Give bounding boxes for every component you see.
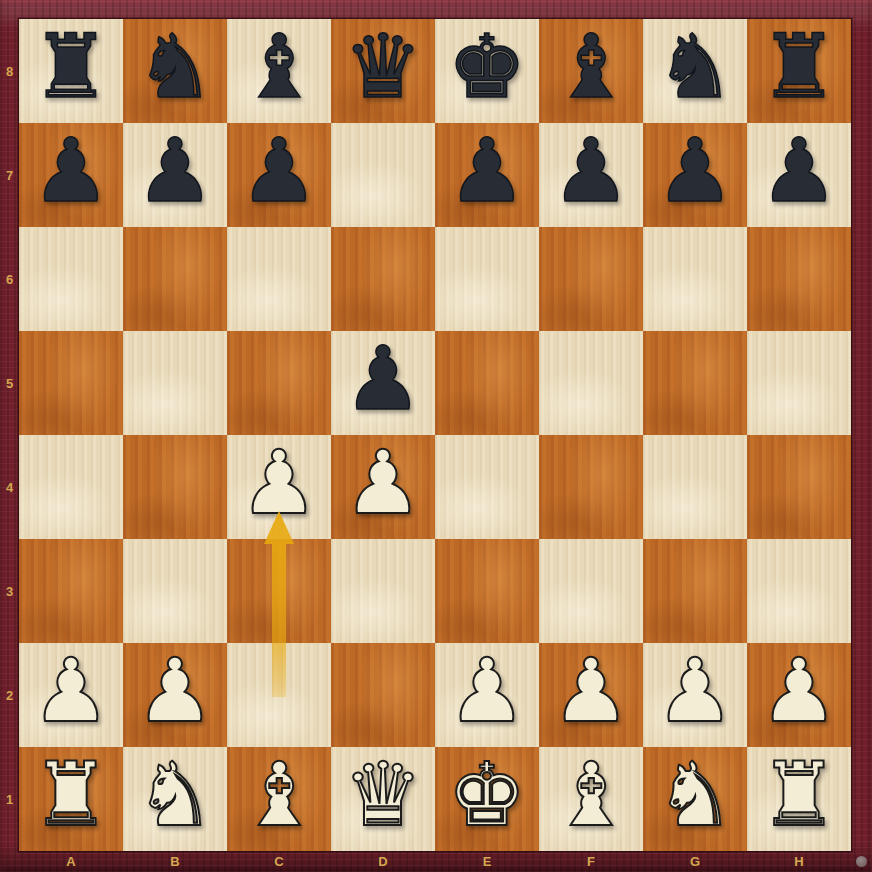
rank-label-5: 5 xyxy=(0,331,19,435)
square-e1[interactable]: ♚ xyxy=(435,747,539,851)
rank-label-1: 1 xyxy=(0,747,19,851)
piece-black-pawn[interactable]: ♟ xyxy=(32,119,111,223)
square-h4[interactable] xyxy=(747,435,851,539)
file-label-a: A xyxy=(19,851,123,872)
piece-black-bishop[interactable]: ♝ xyxy=(552,15,631,119)
file-label-h: H xyxy=(747,851,851,872)
square-f8[interactable]: ♝ xyxy=(539,19,643,123)
square-f3[interactable] xyxy=(539,539,643,643)
square-d7[interactable] xyxy=(331,123,435,227)
piece-white-pawn[interactable]: ♟ xyxy=(32,639,111,743)
square-e7[interactable]: ♟ xyxy=(435,123,539,227)
square-c3[interactable] xyxy=(227,539,331,643)
square-a2[interactable]: ♟ xyxy=(19,643,123,747)
piece-white-pawn[interactable]: ♟ xyxy=(552,639,631,743)
rank-label-8: 8 xyxy=(0,19,19,123)
square-a5[interactable] xyxy=(19,331,123,435)
piece-black-knight[interactable]: ♞ xyxy=(656,15,735,119)
square-g2[interactable]: ♟ xyxy=(643,643,747,747)
square-h5[interactable] xyxy=(747,331,851,435)
piece-black-pawn[interactable]: ♟ xyxy=(448,119,527,223)
file-label-d: D xyxy=(331,851,435,872)
square-b7[interactable]: ♟ xyxy=(123,123,227,227)
piece-white-pawn[interactable]: ♟ xyxy=(344,431,423,535)
square-h8[interactable]: ♜ xyxy=(747,19,851,123)
square-b4[interactable] xyxy=(123,435,227,539)
square-e6[interactable] xyxy=(435,227,539,331)
square-a3[interactable] xyxy=(19,539,123,643)
square-f6[interactable] xyxy=(539,227,643,331)
square-f5[interactable] xyxy=(539,331,643,435)
piece-black-pawn[interactable]: ♟ xyxy=(552,119,631,223)
piece-white-king[interactable]: ♚ xyxy=(448,743,527,847)
square-d2[interactable] xyxy=(331,643,435,747)
piece-white-pawn[interactable]: ♟ xyxy=(656,639,735,743)
piece-black-king[interactable]: ♚ xyxy=(448,15,527,119)
square-b1[interactable]: ♞ xyxy=(123,747,227,851)
piece-black-queen[interactable]: ♛ xyxy=(344,15,423,119)
square-a6[interactable] xyxy=(19,227,123,331)
square-c1[interactable]: ♝ xyxy=(227,747,331,851)
rank-label-7: 7 xyxy=(0,123,19,227)
piece-white-pawn[interactable]: ♟ xyxy=(136,639,215,743)
resize-grip-dot xyxy=(856,856,867,867)
square-b2[interactable]: ♟ xyxy=(123,643,227,747)
rank-label-4: 4 xyxy=(0,435,19,539)
square-g3[interactable] xyxy=(643,539,747,643)
file-label-e: E xyxy=(435,851,539,872)
square-c8[interactable]: ♝ xyxy=(227,19,331,123)
square-b8[interactable]: ♞ xyxy=(123,19,227,123)
square-c4[interactable]: ♟ xyxy=(227,435,331,539)
square-d6[interactable] xyxy=(331,227,435,331)
board-grid: ♜♞♝♛♚♝♞♜♟♟♟♟♟♟♟♟♟♟♟♟♟♟♟♟♜♞♝♛♚♝♞♜ xyxy=(19,19,851,851)
square-h2[interactable]: ♟ xyxy=(747,643,851,747)
piece-black-rook[interactable]: ♜ xyxy=(760,15,839,119)
piece-white-rook[interactable]: ♜ xyxy=(760,743,839,847)
rank-label-6: 6 xyxy=(0,227,19,331)
square-g8[interactable]: ♞ xyxy=(643,19,747,123)
file-label-g: G xyxy=(643,851,747,872)
piece-black-pawn[interactable]: ♟ xyxy=(136,119,215,223)
file-label-c: C xyxy=(227,851,331,872)
square-c5[interactable] xyxy=(227,331,331,435)
square-g6[interactable] xyxy=(643,227,747,331)
rank-label-2: 2 xyxy=(0,643,19,747)
piece-black-rook[interactable]: ♜ xyxy=(32,15,111,119)
piece-black-pawn[interactable]: ♟ xyxy=(760,119,839,223)
square-b5[interactable] xyxy=(123,331,227,435)
square-h3[interactable] xyxy=(747,539,851,643)
square-a8[interactable]: ♜ xyxy=(19,19,123,123)
piece-black-bishop[interactable]: ♝ xyxy=(240,15,319,119)
square-c7[interactable]: ♟ xyxy=(227,123,331,227)
square-c2[interactable] xyxy=(227,643,331,747)
square-h7[interactable]: ♟ xyxy=(747,123,851,227)
piece-black-knight[interactable]: ♞ xyxy=(136,15,215,119)
piece-white-bishop[interactable]: ♝ xyxy=(552,743,631,847)
piece-white-pawn[interactable]: ♟ xyxy=(448,639,527,743)
piece-black-pawn[interactable]: ♟ xyxy=(240,119,319,223)
piece-black-pawn[interactable]: ♟ xyxy=(344,327,423,431)
square-f1[interactable]: ♝ xyxy=(539,747,643,851)
square-d5[interactable]: ♟ xyxy=(331,331,435,435)
piece-white-queen[interactable]: ♛ xyxy=(344,743,423,847)
chessboard-window: ♜♞♝♛♚♝♞♜♟♟♟♟♟♟♟♟♟♟♟♟♟♟♟♟♜♞♝♛♚♝♞♜ 8765432… xyxy=(0,0,872,872)
square-h1[interactable]: ♜ xyxy=(747,747,851,851)
square-a7[interactable]: ♟ xyxy=(19,123,123,227)
square-h6[interactable] xyxy=(747,227,851,331)
square-e8[interactable]: ♚ xyxy=(435,19,539,123)
square-g4[interactable] xyxy=(643,435,747,539)
piece-white-pawn[interactable]: ♟ xyxy=(240,431,319,535)
piece-black-pawn[interactable]: ♟ xyxy=(656,119,735,223)
square-e4[interactable] xyxy=(435,435,539,539)
square-e2[interactable]: ♟ xyxy=(435,643,539,747)
square-d1[interactable]: ♛ xyxy=(331,747,435,851)
square-a4[interactable] xyxy=(19,435,123,539)
piece-white-knight[interactable]: ♞ xyxy=(656,743,735,847)
file-label-f: F xyxy=(539,851,643,872)
piece-white-bishop[interactable]: ♝ xyxy=(240,743,319,847)
square-g5[interactable] xyxy=(643,331,747,435)
square-b3[interactable] xyxy=(123,539,227,643)
square-f4[interactable] xyxy=(539,435,643,539)
square-f2[interactable]: ♟ xyxy=(539,643,643,747)
piece-white-rook[interactable]: ♜ xyxy=(32,743,111,847)
square-a1[interactable]: ♜ xyxy=(19,747,123,851)
square-f7[interactable]: ♟ xyxy=(539,123,643,227)
square-g7[interactable]: ♟ xyxy=(643,123,747,227)
piece-white-knight[interactable]: ♞ xyxy=(136,743,215,847)
square-c6[interactable] xyxy=(227,227,331,331)
square-b6[interactable] xyxy=(123,227,227,331)
rank-label-3: 3 xyxy=(0,539,19,643)
square-e5[interactable] xyxy=(435,331,539,435)
square-d3[interactable] xyxy=(331,539,435,643)
piece-white-pawn[interactable]: ♟ xyxy=(760,639,839,743)
square-d4[interactable]: ♟ xyxy=(331,435,435,539)
square-e3[interactable] xyxy=(435,539,539,643)
file-label-b: B xyxy=(123,851,227,872)
square-d8[interactable]: ♛ xyxy=(331,19,435,123)
square-g1[interactable]: ♞ xyxy=(643,747,747,851)
